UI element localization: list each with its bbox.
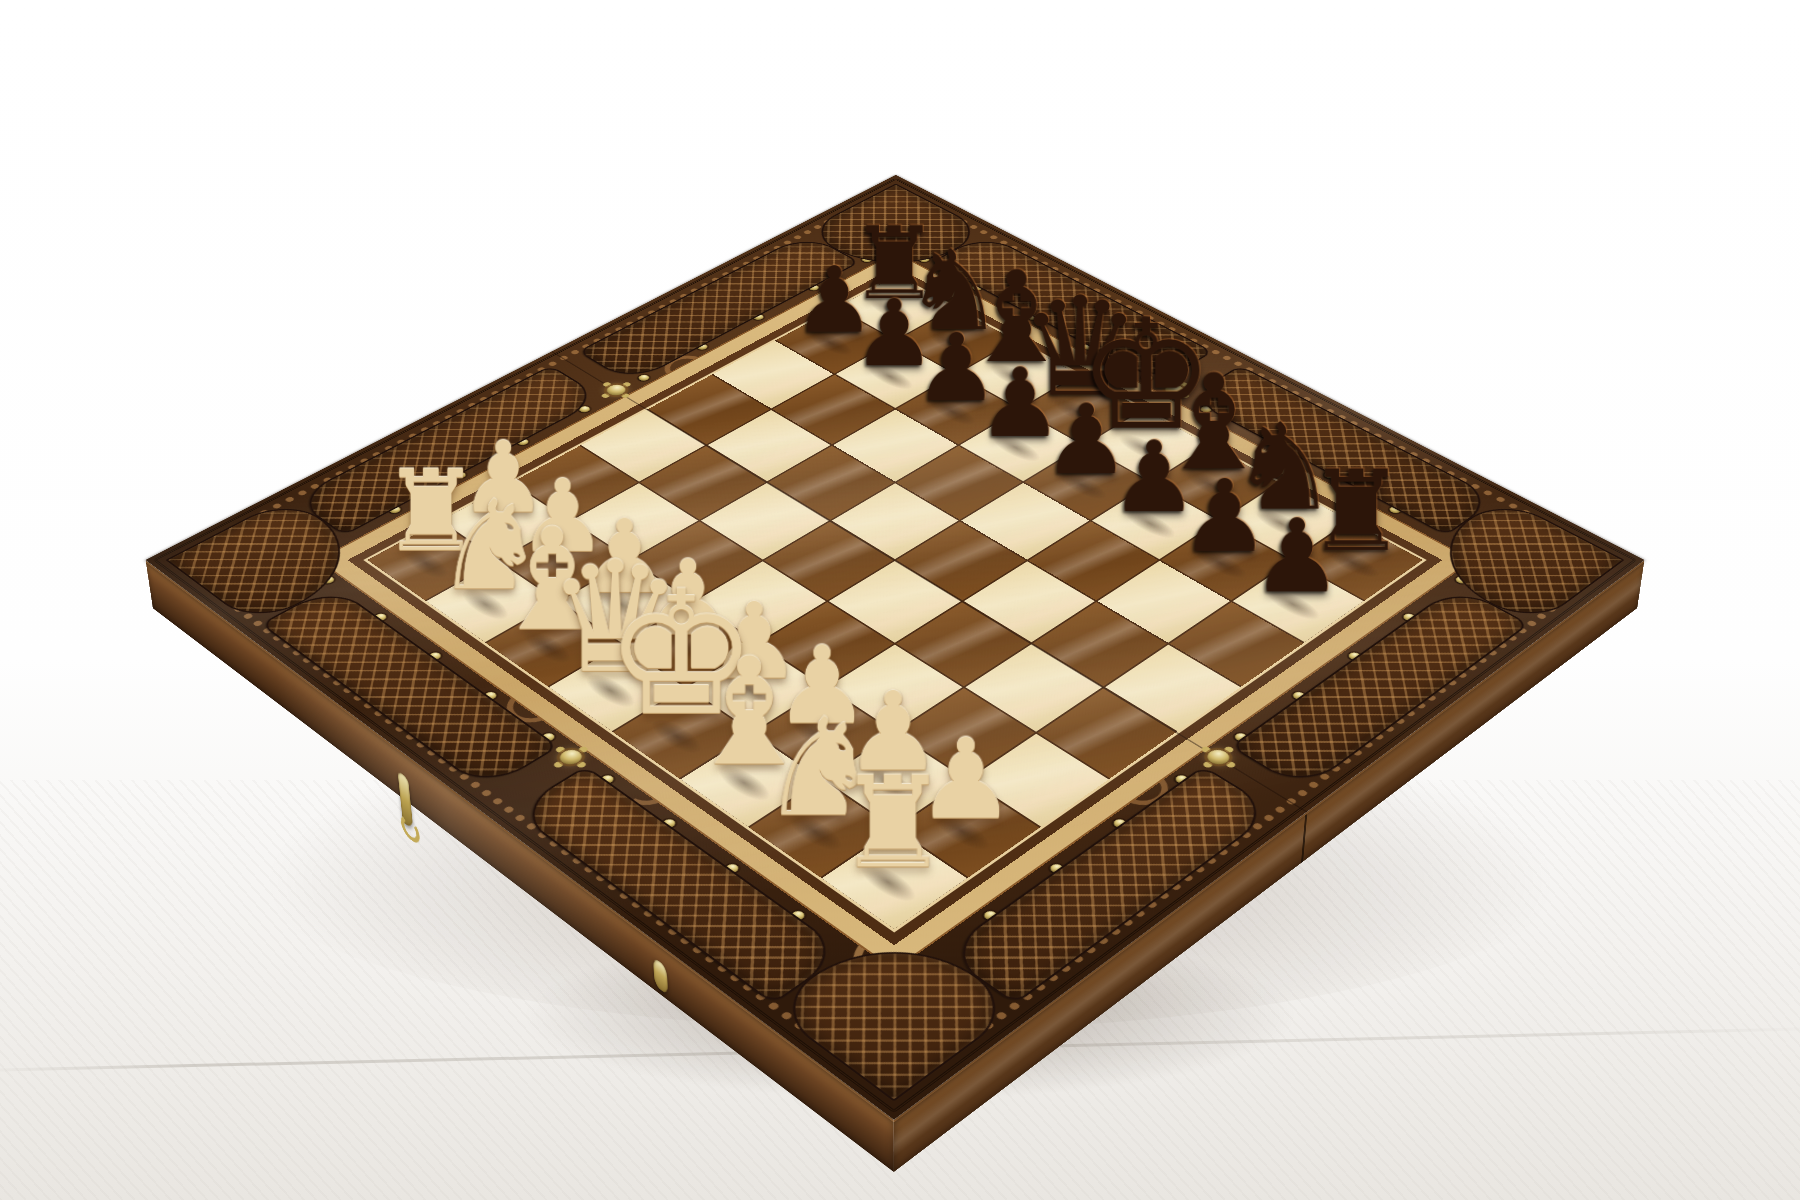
brass-medallion-n [1161,383,1187,398]
square-b6[interactable] [773,375,894,444]
square-e6[interactable] [962,483,1089,559]
square-a8[interactable]: ♜ [837,276,953,339]
square-d6[interactable] [897,446,1022,520]
board-top-face: ♜♞♝♛♚♝♞♜♟♟♟♟♟♟♟♟♟♟♟♟♟♟♟♟♜♞♝♛♚♝♞♜ [145,175,1644,1120]
square-c5[interactable] [768,446,893,520]
brass-stud [860,256,874,263]
black-pawn-glyph: ♟ [915,356,1125,451]
square-c7[interactable]: ♟ [897,375,1018,444]
brass-medallion-w [603,383,629,398]
piece-contact-shadow [983,360,1043,393]
piece-contact-shadow [862,294,919,325]
square-c8[interactable]: ♝ [958,341,1078,408]
square-d7[interactable]: ♟ [960,410,1083,482]
piece-contact-shadow [1112,430,1174,465]
brass-stud [917,256,931,263]
square-h1[interactable]: ♜ [821,829,967,929]
square-b7[interactable]: ♟ [836,341,956,408]
square-a6[interactable] [713,341,833,408]
white-rook-glyph: ♜ [769,759,1017,885]
square-a7[interactable]: ♟ [776,308,894,373]
piece-contact-shadow [1051,467,1114,503]
piece-contact-shadow [923,395,983,429]
piece-contact-shadow [922,327,980,359]
black-pawn-glyph: ♟ [1185,506,1409,608]
piece-contact-shadow [1046,395,1107,429]
black-pawn-glyph: ♟ [792,288,995,380]
lattice-leaf-carving [577,233,860,384]
chess-box: ♜♞♝♛♚♝♞♜♟♟♟♟♟♟♟♟♟♟♟♟♟♟♟♟♜♞♝♛♚♝♞♜ [365,30,1425,1090]
scene: ♜♞♝♛♚♝♞♜♟♟♟♟♟♟♟♟♟♟♟♟♟♟♟♟♜♞♝♛♚♝♞♜ [0,0,1800,1200]
square-b5[interactable] [707,410,830,482]
piece-contact-shadow [802,327,860,359]
lattice-leaf-carving [931,233,1213,384]
piece-contact-shadow [986,430,1047,465]
brass-stud [1139,374,1153,382]
square-b8[interactable]: ♞ [897,308,1015,373]
brass-stud [637,374,651,382]
black-pawn-glyph: ♟ [853,321,1060,415]
square-d5[interactable] [831,483,958,559]
square-d8[interactable]: ♛ [1021,375,1142,444]
square-c6[interactable] [834,410,957,482]
piece-contact-shadow [861,360,920,393]
square-a5[interactable] [648,375,769,444]
